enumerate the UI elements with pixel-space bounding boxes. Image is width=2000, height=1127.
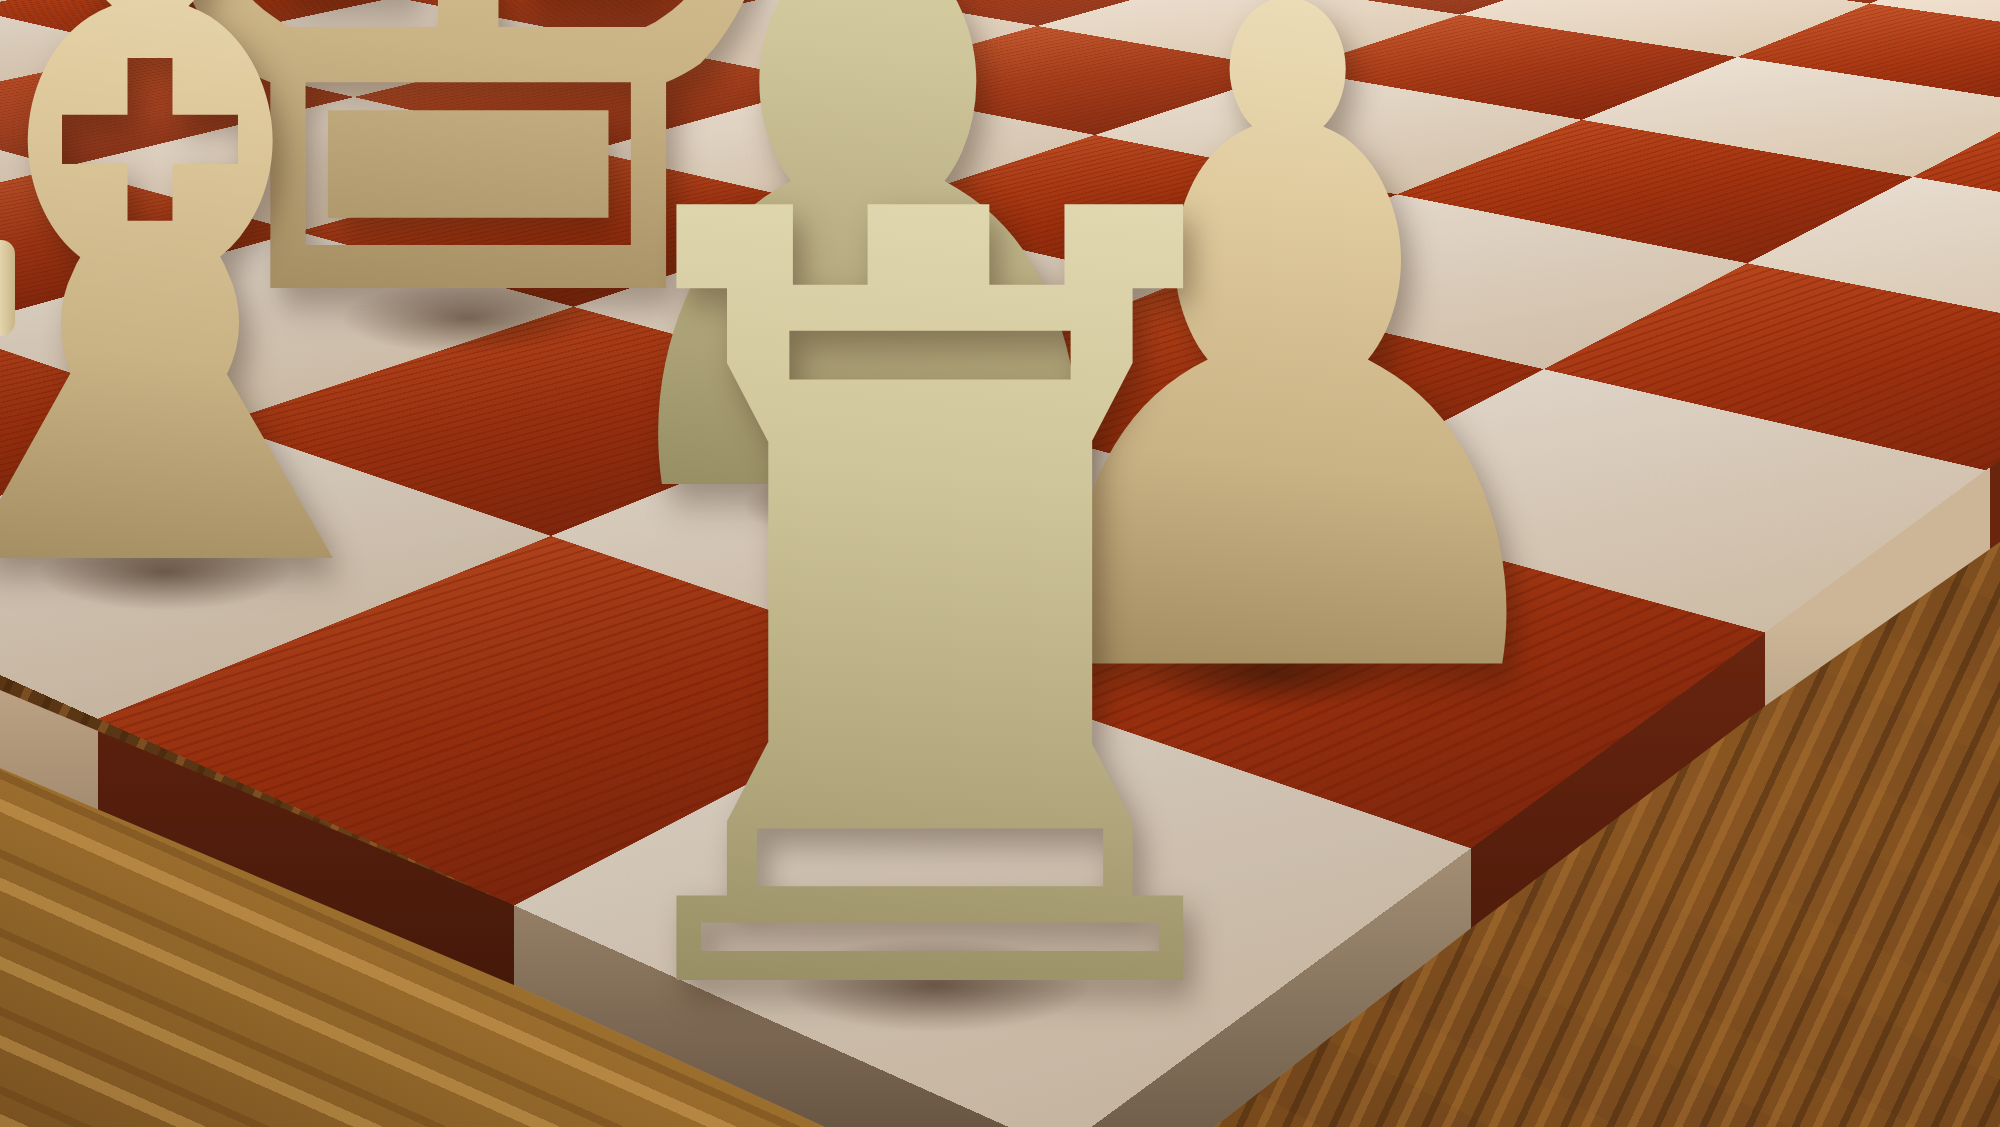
square-g7[interactable] bbox=[1737, 4, 2000, 106]
white-rook-h1[interactable]: ♜ bbox=[527, 81, 1334, 1127]
square-g6[interactable] bbox=[1582, 57, 2000, 177]
square-f8[interactable] bbox=[1605, 0, 1984, 4]
photo-stage: ♚♟♝♟♜ bbox=[0, 0, 2000, 1127]
partial-piece-edge bbox=[0, 240, 15, 336]
square-g8[interactable] bbox=[1870, 0, 2000, 45]
white-bishop-f1[interactable]: ♝ bbox=[0, 0, 500, 702]
square-h6[interactable] bbox=[1913, 105, 2000, 243]
square-h5[interactable] bbox=[1747, 177, 2000, 344]
